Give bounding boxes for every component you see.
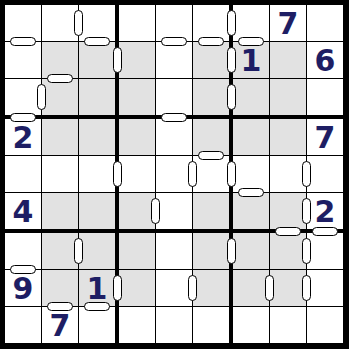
- cell-r3c3[interactable]: [79, 79, 115, 115]
- given-digit: 7: [270, 5, 306, 41]
- cell-r6c5[interactable]: [156, 193, 192, 229]
- consecutive-marker: [188, 161, 197, 187]
- consecutive-marker: [302, 198, 311, 224]
- cell-r2c2[interactable]: [42, 42, 78, 78]
- cell-r6c2[interactable]: [42, 193, 78, 229]
- cell-r8c4[interactable]: [119, 270, 155, 306]
- cell-r6c3[interactable]: [79, 193, 115, 229]
- consecutive-marker: [74, 238, 83, 264]
- cell-r8c2[interactable]: [42, 270, 78, 306]
- given-digit: 6: [307, 42, 343, 78]
- consecutive-marker: [227, 10, 236, 36]
- cell-r5c1[interactable]: [5, 156, 41, 192]
- cell-r6c4[interactable]: [119, 193, 155, 229]
- cell-r3c4[interactable]: [119, 79, 155, 115]
- cell-r1c6[interactable]: [193, 5, 229, 41]
- given-digit: 2: [307, 193, 343, 229]
- cell-r9c9[interactable]: [307, 307, 343, 343]
- cell-r2c5[interactable]: [156, 42, 192, 78]
- given-digit: 4: [5, 193, 41, 229]
- cell-r1c3[interactable]: [79, 5, 115, 41]
- consecutive-marker: [161, 113, 187, 122]
- cell-r9c1[interactable]: [5, 307, 41, 343]
- cell-r6c8[interactable]: [270, 193, 306, 229]
- cell-r5c9[interactable]: [307, 156, 343, 192]
- consecutive-marker: [312, 227, 338, 236]
- cell-r7c4[interactable]: [119, 233, 155, 269]
- consecutive-marker: [113, 275, 122, 301]
- consecutive-marker: [74, 10, 83, 36]
- cell-r9c2[interactable]: 7: [42, 307, 78, 343]
- cell-r8c7[interactable]: [233, 270, 269, 306]
- cell-r5c8[interactable]: [270, 156, 306, 192]
- cell-r1c8[interactable]: 7: [270, 5, 306, 41]
- cell-r2c6[interactable]: [193, 42, 229, 78]
- cell-r5c7[interactable]: [233, 156, 269, 192]
- cell-r1c9[interactable]: [307, 5, 343, 41]
- cell-r8c5[interactable]: [156, 270, 192, 306]
- consecutive-marker: [47, 302, 73, 311]
- cell-r1c2[interactable]: [42, 5, 78, 41]
- cell-r4c9[interactable]: 7: [307, 119, 343, 155]
- consecutive-marker: [37, 84, 46, 110]
- cell-r5c5[interactable]: [156, 156, 192, 192]
- consecutive-marker: [227, 238, 236, 264]
- cell-r9c3[interactable]: [79, 307, 115, 343]
- consecutive-marker: [10, 113, 36, 122]
- cell-r8c9[interactable]: [307, 270, 343, 306]
- consecutive-marker: [227, 84, 236, 110]
- consecutive-marker: [302, 238, 311, 264]
- cell-r6c9[interactable]: 2: [307, 193, 343, 229]
- consecutive-marker: [161, 37, 187, 46]
- cell-r1c1[interactable]: [5, 5, 41, 41]
- consecutive-marker: [113, 47, 122, 73]
- cell-r4c6[interactable]: [193, 119, 229, 155]
- cell-r2c1[interactable]: [5, 42, 41, 78]
- given-digit: 9: [5, 270, 41, 306]
- cell-r2c8[interactable]: [270, 42, 306, 78]
- consecutive-marker: [188, 275, 197, 301]
- consecutive-marker: [198, 151, 224, 160]
- cell-r1c4[interactable]: [119, 5, 155, 41]
- cell-r1c5[interactable]: [156, 5, 192, 41]
- cell-r7c2[interactable]: [42, 233, 78, 269]
- consecutive-marker: [265, 275, 274, 301]
- cell-r8c3[interactable]: 1: [79, 270, 115, 306]
- consecutive-marker: [84, 37, 110, 46]
- consecutive-marker: [227, 161, 236, 187]
- consecutive-marker: [275, 227, 301, 236]
- given-digit: 1: [233, 42, 269, 78]
- cell-r4c5[interactable]: [156, 119, 192, 155]
- given-digit: 7: [42, 307, 78, 343]
- cell-r6c1[interactable]: 4: [5, 193, 41, 229]
- cell-r9c7[interactable]: [233, 307, 269, 343]
- cell-r3c1[interactable]: [5, 79, 41, 115]
- cell-r3c5[interactable]: [156, 79, 192, 115]
- cell-r2c7[interactable]: 1: [233, 42, 269, 78]
- cell-r6c6[interactable]: [193, 193, 229, 229]
- cell-r9c6[interactable]: [193, 307, 229, 343]
- given-digit: 7: [307, 119, 343, 155]
- given-digit: 2: [5, 119, 41, 155]
- consecutive-marker: [227, 47, 236, 73]
- cell-r4c2[interactable]: [42, 119, 78, 155]
- consecutive-marker: [10, 37, 36, 46]
- cell-r7c6[interactable]: [193, 233, 229, 269]
- cell-r7c3[interactable]: [79, 233, 115, 269]
- cell-r5c6[interactable]: [193, 156, 229, 192]
- consecutive-marker: [151, 198, 160, 224]
- consecutive-marker: [238, 37, 264, 46]
- cell-r4c1[interactable]: 2: [5, 119, 41, 155]
- cell-r1c7[interactable]: [233, 5, 269, 41]
- cell-r5c3[interactable]: [79, 156, 115, 192]
- consecutive-marker: [84, 302, 110, 311]
- cell-r8c8[interactable]: [270, 270, 306, 306]
- consecutive-hyper-sudoku-puzzle: 7162742917: [0, 0, 349, 349]
- cell-r9c8[interactable]: [270, 307, 306, 343]
- cell-r7c1[interactable]: [5, 233, 41, 269]
- cell-r6c7[interactable]: [233, 193, 269, 229]
- cell-r4c8[interactable]: [270, 119, 306, 155]
- cell-r3c7[interactable]: [233, 79, 269, 115]
- cell-r3c9[interactable]: [307, 79, 343, 115]
- cell-r7c8[interactable]: [270, 233, 306, 269]
- cell-r4c3[interactable]: [79, 119, 115, 155]
- consecutive-marker: [10, 265, 36, 274]
- cell-r4c4[interactable]: [119, 119, 155, 155]
- consecutive-marker: [113, 161, 122, 187]
- consecutive-marker: [47, 74, 73, 83]
- cell-r9c5[interactable]: [156, 307, 192, 343]
- cell-r7c9[interactable]: [307, 233, 343, 269]
- consecutive-marker: [302, 161, 311, 187]
- cell-r7c7[interactable]: [233, 233, 269, 269]
- cell-r8c6[interactable]: [193, 270, 229, 306]
- given-digit: 1: [79, 270, 115, 306]
- cell-r4c7[interactable]: [233, 119, 269, 155]
- consecutive-marker: [302, 275, 311, 301]
- cell-r8c1[interactable]: 9: [5, 270, 41, 306]
- cell-r3c8[interactable]: [270, 79, 306, 115]
- sudoku-board: 7162742917: [0, 0, 349, 349]
- cell-r2c9[interactable]: 6: [307, 42, 343, 78]
- consecutive-marker: [198, 37, 224, 46]
- consecutive-marker: [238, 188, 264, 197]
- cell-r2c4[interactable]: [119, 42, 155, 78]
- cell-r5c4[interactable]: [119, 156, 155, 192]
- cell-r5c2[interactable]: [42, 156, 78, 192]
- cell-r7c5[interactable]: [156, 233, 192, 269]
- cell-r3c2[interactable]: [42, 79, 78, 115]
- cell-r3c6[interactable]: [193, 79, 229, 115]
- cell-r2c3[interactable]: [79, 42, 115, 78]
- cell-r9c4[interactable]: [119, 307, 155, 343]
